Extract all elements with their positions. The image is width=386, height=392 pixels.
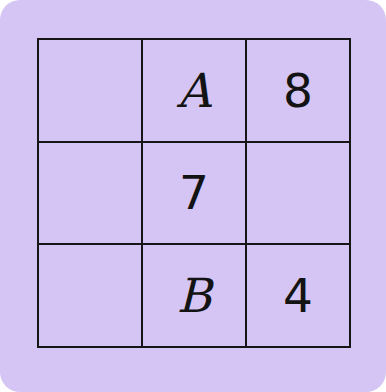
cell-r2c1[interactable] [39, 143, 141, 244]
cell-r3c3[interactable]: 4 [247, 245, 349, 346]
cell-r2c2[interactable]: 7 [143, 143, 245, 244]
puzzle-grid-3x3: A 8 7 B 4 [37, 38, 351, 348]
cell-r1c2[interactable]: A [143, 40, 245, 141]
cell-value: 8 [283, 67, 313, 114]
puzzle-card: A 8 7 B 4 [0, 0, 386, 392]
cell-value: 4 [283, 272, 313, 319]
cell-value: B [177, 272, 212, 319]
cell-r1c3[interactable]: 8 [247, 40, 349, 141]
cell-r3c2[interactable]: B [143, 245, 245, 346]
cell-value: A [177, 67, 211, 114]
cell-r3c1[interactable] [39, 245, 141, 346]
cell-r2c3[interactable] [247, 143, 349, 244]
cell-r1c1[interactable] [39, 40, 141, 141]
cell-value: 7 [179, 169, 209, 216]
